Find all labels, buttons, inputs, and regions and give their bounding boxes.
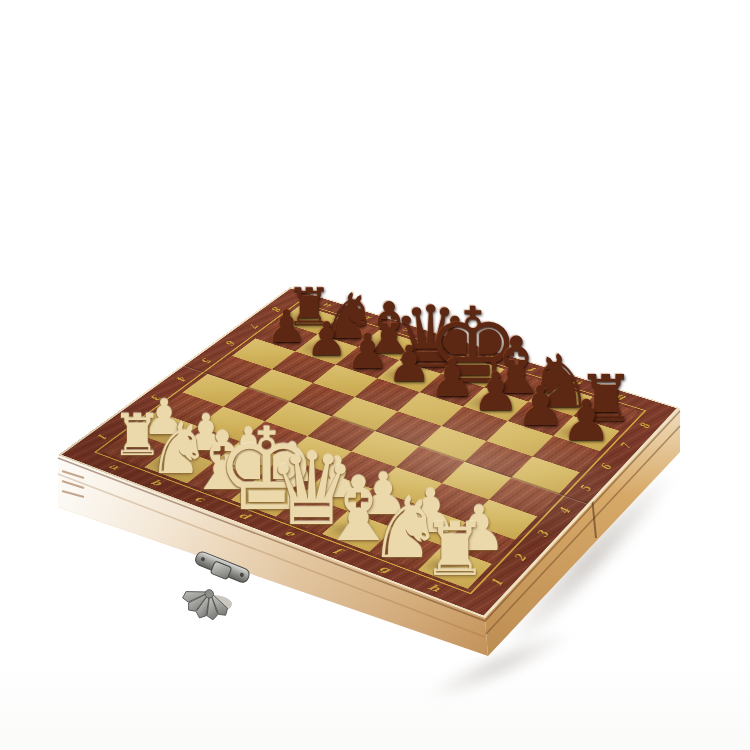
clasp-bar bbox=[193, 550, 251, 587]
product-photo-stage: aabbccddeeffgghh1122334455667788 ♜♞♝♛♚♝♞… bbox=[0, 0, 750, 750]
clasp-latch bbox=[178, 542, 262, 626]
